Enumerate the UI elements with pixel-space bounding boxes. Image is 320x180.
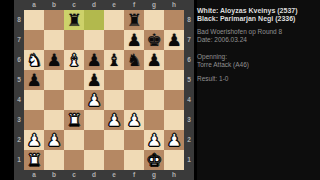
square-a6: ♞: [24, 50, 44, 70]
square-b4: [44, 90, 64, 110]
square-h1: [164, 150, 184, 170]
square-h7: ♟: [164, 30, 184, 50]
piece-black-rook: ♜: [126, 10, 141, 30]
piece-white-rook: ♜: [26, 150, 41, 170]
square-f8: ♜: [124, 10, 144, 30]
square-g6: ♟: [144, 50, 164, 70]
square-e3: ♟: [104, 110, 124, 130]
rank-label-5: 5: [184, 70, 194, 90]
piece-black-bishop: ♝: [106, 50, 121, 70]
square-h2: ♟: [164, 130, 184, 150]
file-label-e: e: [104, 0, 124, 10]
file-label-d: d: [84, 170, 104, 180]
square-e8: [104, 10, 124, 30]
square-a1: ♜: [24, 150, 44, 170]
square-a2: ♟: [24, 130, 44, 150]
square-c1: [64, 150, 84, 170]
file-label-h: h: [164, 0, 184, 10]
event-line: Bad Woerishofen op Round 8: [197, 28, 282, 35]
square-b2: ♟: [44, 130, 64, 150]
square-c7: [64, 30, 84, 50]
white-player-line: White: Aloyzas Kveinys (2537): [197, 7, 298, 14]
square-b6: ♟: [44, 50, 64, 70]
file-label-d: d: [84, 0, 104, 10]
rank-label-4: 4: [184, 90, 194, 110]
square-a4: [24, 90, 44, 110]
square-g2: ♟: [144, 130, 164, 150]
file-label-c: c: [64, 0, 84, 10]
piece-black-pawn: ♟: [26, 70, 41, 90]
piece-white-pawn: ♟: [86, 90, 101, 110]
rank-label-6: 6: [184, 50, 194, 70]
square-b7: [44, 30, 64, 50]
square-f7: ♟: [124, 30, 144, 50]
square-f3: ♟: [124, 110, 144, 130]
piece-white-bishop: ♝: [66, 50, 81, 70]
piece-white-rook: ♜: [66, 110, 81, 130]
piece-black-pawn: ♟: [86, 70, 101, 90]
file-label-a: a: [24, 170, 44, 180]
square-f4: [124, 90, 144, 110]
rank-label-2: 2: [14, 130, 24, 150]
square-e6: ♝: [104, 50, 124, 70]
board-grid: ♜♜♟♚♟♞♟♝♟♝♞♟♟♟♟♜♟♟♟♟♟♟♜♚: [24, 10, 184, 170]
square-h5: [164, 70, 184, 90]
piece-black-king: ♚: [146, 30, 161, 50]
file-label-f: f: [124, 0, 144, 10]
piece-white-knight: ♞: [26, 50, 41, 70]
file-labels-bottom: abcdefgh: [24, 170, 184, 180]
result-line: Result: 1-0: [197, 75, 228, 82]
opening-label: Openning:: [197, 53, 227, 60]
rank-label-2: 2: [184, 130, 194, 150]
rank-label-4: 4: [14, 90, 24, 110]
square-b8: [44, 10, 64, 30]
piece-black-pawn: ♟: [146, 50, 161, 70]
rank-label-3: 3: [184, 110, 194, 130]
square-h6: [164, 50, 184, 70]
square-d6: ♟: [84, 50, 104, 70]
square-c5: [64, 70, 84, 90]
square-f2: [124, 130, 144, 150]
square-b1: [44, 150, 64, 170]
piece-black-pawn: ♟: [166, 30, 181, 50]
file-label-g: g: [144, 170, 164, 180]
square-d3: [84, 110, 104, 130]
date-line: Date: 2006.03.24: [197, 36, 247, 43]
square-a5: ♟: [24, 70, 44, 90]
rank-label-8: 8: [184, 10, 194, 30]
piece-white-pawn: ♟: [126, 110, 141, 130]
square-a3: [24, 110, 44, 130]
square-b3: [44, 110, 64, 130]
square-e5: [104, 70, 124, 90]
file-label-b: b: [44, 0, 64, 10]
rank-label-5: 5: [14, 70, 24, 90]
piece-white-pawn: ♟: [166, 130, 181, 150]
piece-black-pawn: ♟: [46, 50, 61, 70]
piece-white-pawn: ♟: [106, 110, 121, 130]
rank-label-7: 7: [14, 30, 24, 50]
file-label-e: e: [104, 170, 124, 180]
file-label-f: f: [124, 170, 144, 180]
rank-label-3: 3: [14, 110, 24, 130]
file-label-h: h: [164, 170, 184, 180]
rank-label-1: 1: [184, 150, 194, 170]
square-g7: ♚: [144, 30, 164, 50]
square-g8: [144, 10, 164, 30]
rank-label-8: 8: [14, 10, 24, 30]
piece-black-pawn: ♟: [126, 30, 141, 50]
file-label-b: b: [44, 170, 64, 180]
square-h4: [164, 90, 184, 110]
square-e2: [104, 130, 124, 150]
square-e4: [104, 90, 124, 110]
square-g4: [144, 90, 164, 110]
square-c8: ♜: [64, 10, 84, 30]
chess-board: abcdefgh abcdefgh 87654321 87654321 ♜♜♟♚…: [14, 0, 194, 180]
square-c4: [64, 90, 84, 110]
square-c2: [64, 130, 84, 150]
square-f6: ♞: [124, 50, 144, 70]
square-g3: [144, 110, 164, 130]
square-e7: [104, 30, 124, 50]
piece-black-pawn: ♟: [86, 50, 101, 70]
square-h3: [164, 110, 184, 130]
rank-label-1: 1: [14, 150, 24, 170]
rank-labels-right: 87654321: [184, 10, 194, 170]
piece-white-pawn: ♟: [26, 130, 41, 150]
file-label-a: a: [24, 0, 44, 10]
square-d2: [84, 130, 104, 150]
square-f5: [124, 70, 144, 90]
square-g5: [144, 70, 164, 90]
file-label-g: g: [144, 0, 164, 10]
square-c3: ♜: [64, 110, 84, 130]
piece-white-king: ♚: [146, 150, 161, 170]
piece-black-rook: ♜: [66, 10, 81, 30]
square-g1: ♚: [144, 150, 164, 170]
square-e1: [104, 150, 124, 170]
square-d1: [84, 150, 104, 170]
rank-label-7: 7: [184, 30, 194, 50]
black-player-line: Black: Parimarjan Negi (2336): [197, 15, 295, 22]
square-h8: [164, 10, 184, 30]
square-d7: [84, 30, 104, 50]
square-d5: ♟: [84, 70, 104, 90]
square-d8: [84, 10, 104, 30]
game-info-panel: White: Aloyzas Kveinys (2537) Black: Par…: [197, 0, 320, 180]
piece-black-knight: ♞: [126, 50, 141, 70]
square-d4: ♟: [84, 90, 104, 110]
piece-white-pawn: ♟: [46, 130, 61, 150]
rank-labels-left: 87654321: [14, 10, 24, 170]
rank-label-6: 6: [14, 50, 24, 70]
square-a8: [24, 10, 44, 30]
square-c6: ♝: [64, 50, 84, 70]
square-b5: [44, 70, 64, 90]
file-label-c: c: [64, 170, 84, 180]
square-f1: [124, 150, 144, 170]
piece-white-pawn: ♟: [146, 130, 161, 150]
square-a7: [24, 30, 44, 50]
file-labels-top: abcdefgh: [24, 0, 184, 10]
opening-name: Torre Attack (A46): [197, 61, 249, 68]
